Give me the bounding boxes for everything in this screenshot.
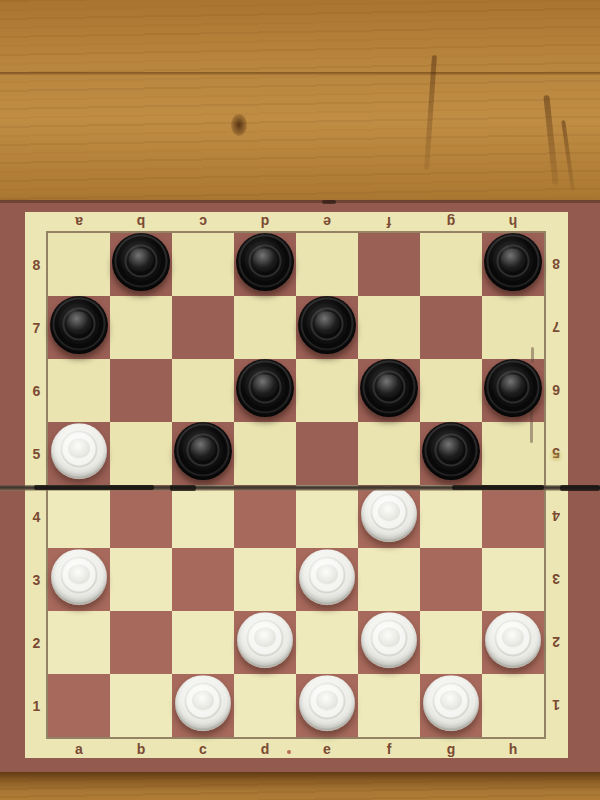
white-checker-h2[interactable] bbox=[485, 612, 541, 668]
black-checker-d6[interactable] bbox=[236, 359, 294, 417]
square-b5[interactable] bbox=[110, 422, 172, 485]
square-h3[interactable] bbox=[482, 548, 544, 611]
square-b4[interactable] bbox=[110, 485, 172, 548]
board-stain bbox=[287, 750, 291, 754]
coordinate-label: 1 bbox=[25, 674, 48, 737]
square-c2[interactable] bbox=[172, 611, 234, 674]
square-f1[interactable] bbox=[358, 674, 420, 737]
square-d6[interactable] bbox=[234, 359, 296, 422]
square-g3[interactable] bbox=[420, 548, 482, 611]
square-h8[interactable] bbox=[482, 233, 544, 296]
square-c6[interactable] bbox=[172, 359, 234, 422]
board-stain bbox=[548, 450, 564, 462]
wood-plank-seam bbox=[0, 72, 600, 75]
black-checker-h6[interactable] bbox=[484, 359, 542, 417]
square-c5[interactable] bbox=[172, 422, 234, 485]
square-a4[interactable] bbox=[48, 485, 110, 548]
wood-knot bbox=[231, 114, 247, 136]
white-checker-d2[interactable] bbox=[237, 612, 293, 668]
square-d1[interactable] bbox=[234, 674, 296, 737]
square-d4[interactable] bbox=[234, 485, 296, 548]
coordinate-label: a bbox=[48, 211, 110, 232]
square-e1[interactable] bbox=[296, 674, 358, 737]
square-g2[interactable] bbox=[420, 611, 482, 674]
square-d8[interactable] bbox=[234, 233, 296, 296]
coordinate-label: 7 bbox=[544, 296, 568, 359]
square-c4[interactable] bbox=[172, 485, 234, 548]
seam-shadow bbox=[170, 485, 196, 491]
square-a7[interactable] bbox=[48, 296, 110, 359]
square-b7[interactable] bbox=[110, 296, 172, 359]
coordinate-label: d bbox=[234, 211, 296, 232]
white-checker-f4[interactable] bbox=[361, 486, 417, 542]
square-h7[interactable] bbox=[482, 296, 544, 359]
white-checker-a3[interactable] bbox=[51, 549, 107, 605]
coordinate-label: 3 bbox=[544, 548, 568, 611]
square-f8[interactable] bbox=[358, 233, 420, 296]
square-h4[interactable] bbox=[482, 485, 544, 548]
square-e4[interactable] bbox=[296, 485, 358, 548]
square-f4[interactable] bbox=[358, 485, 420, 548]
black-checker-e7[interactable] bbox=[298, 296, 356, 354]
photo-scene: abcdefgh abcdefgh 87654321 87654321 bbox=[0, 0, 600, 800]
white-checker-e3[interactable] bbox=[299, 549, 355, 605]
coordinate-label: c bbox=[172, 211, 234, 232]
white-checker-a5[interactable] bbox=[51, 423, 107, 479]
square-f5[interactable] bbox=[358, 422, 420, 485]
square-b6[interactable] bbox=[110, 359, 172, 422]
black-checker-b8[interactable] bbox=[112, 233, 170, 291]
coordinate-label: 4 bbox=[25, 485, 48, 548]
square-e5[interactable] bbox=[296, 422, 358, 485]
coordinate-label: 6 bbox=[544, 359, 568, 422]
coordinate-label: g bbox=[420, 211, 482, 232]
seam-shadow bbox=[34, 485, 154, 490]
square-h5[interactable] bbox=[482, 422, 544, 485]
square-a5[interactable] bbox=[48, 422, 110, 485]
coordinate-label: b bbox=[110, 211, 172, 232]
white-checker-c1[interactable] bbox=[175, 675, 231, 731]
board-fold-seam bbox=[0, 485, 600, 491]
coordinate-label: 8 bbox=[25, 233, 48, 296]
coordinate-label: f bbox=[358, 211, 420, 232]
coordinate-label: g bbox=[420, 739, 482, 760]
coordinate-label: 7 bbox=[25, 296, 48, 359]
coordinate-label: h bbox=[482, 739, 544, 760]
square-e8[interactable] bbox=[296, 233, 358, 296]
square-a8[interactable] bbox=[48, 233, 110, 296]
coordinate-label: h bbox=[482, 211, 544, 232]
file-labels-bottom: abcdefgh bbox=[48, 739, 544, 760]
coordinate-label: 2 bbox=[25, 611, 48, 674]
wood-grain-streak bbox=[543, 95, 558, 185]
coordinate-label: 1 bbox=[544, 674, 568, 737]
square-f6[interactable] bbox=[358, 359, 420, 422]
square-a6[interactable] bbox=[48, 359, 110, 422]
square-g5[interactable] bbox=[420, 422, 482, 485]
square-c7[interactable] bbox=[172, 296, 234, 359]
square-c1[interactable] bbox=[172, 674, 234, 737]
coordinate-label: e bbox=[296, 739, 358, 760]
manufacturer-fine-print bbox=[531, 347, 534, 363]
coordinate-label: 4 bbox=[544, 485, 568, 548]
square-d2[interactable] bbox=[234, 611, 296, 674]
square-d3[interactable] bbox=[234, 548, 296, 611]
checkers-board: abcdefgh abcdefgh 87654321 87654321 bbox=[0, 200, 600, 772]
coordinate-label: 3 bbox=[25, 548, 48, 611]
square-h6[interactable] bbox=[482, 359, 544, 422]
coordinate-label: b bbox=[110, 739, 172, 760]
square-h1[interactable] bbox=[482, 674, 544, 737]
square-d7[interactable] bbox=[234, 296, 296, 359]
black-checker-a7[interactable] bbox=[50, 296, 108, 354]
wood-grain-streak bbox=[561, 120, 575, 190]
square-c8[interactable] bbox=[172, 233, 234, 296]
black-checker-h8[interactable] bbox=[484, 233, 542, 291]
square-b1[interactable] bbox=[110, 674, 172, 737]
black-checker-d8[interactable] bbox=[236, 233, 294, 291]
file-labels-top: abcdefgh bbox=[48, 211, 544, 232]
coordinate-label: a bbox=[48, 739, 110, 760]
coordinate-label: 2 bbox=[544, 611, 568, 674]
square-e3[interactable] bbox=[296, 548, 358, 611]
square-g7[interactable] bbox=[420, 296, 482, 359]
coordinate-label: e bbox=[296, 211, 358, 232]
square-a2[interactable] bbox=[48, 611, 110, 674]
black-checker-c5[interactable] bbox=[174, 422, 232, 480]
square-b3[interactable] bbox=[110, 548, 172, 611]
square-b8[interactable] bbox=[110, 233, 172, 296]
square-f7[interactable] bbox=[358, 296, 420, 359]
square-h2[interactable] bbox=[482, 611, 544, 674]
square-c3[interactable] bbox=[172, 548, 234, 611]
square-g8[interactable] bbox=[420, 233, 482, 296]
wooden-table-top bbox=[0, 0, 600, 200]
square-e7[interactable] bbox=[296, 296, 358, 359]
board-edge-notch bbox=[322, 200, 336, 204]
coordinate-label: 6 bbox=[25, 359, 48, 422]
white-checker-g1[interactable] bbox=[423, 675, 479, 731]
black-checker-g5[interactable] bbox=[422, 422, 480, 480]
square-e2[interactable] bbox=[296, 611, 358, 674]
seam-shadow bbox=[560, 485, 600, 491]
coordinate-label: c bbox=[172, 739, 234, 760]
coordinate-label: f bbox=[358, 739, 420, 760]
square-f3[interactable] bbox=[358, 548, 420, 611]
square-g6[interactable] bbox=[420, 359, 482, 422]
black-checker-f6[interactable] bbox=[360, 359, 418, 417]
square-f2[interactable] bbox=[358, 611, 420, 674]
coordinate-label: 5 bbox=[25, 422, 48, 485]
coordinate-label: 8 bbox=[544, 233, 568, 296]
square-e6[interactable] bbox=[296, 359, 358, 422]
square-a1[interactable] bbox=[48, 674, 110, 737]
square-a3[interactable] bbox=[48, 548, 110, 611]
white-checker-e1[interactable] bbox=[299, 675, 355, 731]
wooden-table-bottom bbox=[0, 772, 600, 800]
square-g1[interactable] bbox=[420, 674, 482, 737]
square-d5[interactable] bbox=[234, 422, 296, 485]
square-b2[interactable] bbox=[110, 611, 172, 674]
square-g4[interactable] bbox=[420, 485, 482, 548]
seam-shadow bbox=[452, 485, 544, 490]
white-checker-f2[interactable] bbox=[361, 612, 417, 668]
